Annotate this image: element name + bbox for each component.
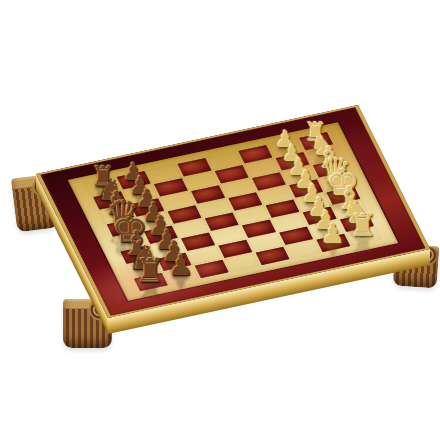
checkerboard [84, 131, 382, 292]
chess-set-photo: ♜♟♞♟♝♟♟♛♜♟♟♚♞♟♟♝♝♟♟♞♛♟♟♜♚♟♟♝♟♞♟♜ ♜♟♞♟♝♟♟… [0, 0, 440, 440]
board-surface [36, 105, 430, 318]
